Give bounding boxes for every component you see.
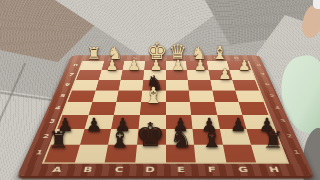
square-a6[interactable] bbox=[72, 80, 98, 91]
file-label-near-b: B bbox=[82, 165, 93, 174]
rank-label-left-4: 4 bbox=[54, 106, 61, 110]
piece-white-bishop-g8[interactable]: ♝ bbox=[212, 44, 228, 62]
file-label-near-g: G bbox=[237, 165, 249, 174]
rank-label-left-6: 6 bbox=[64, 83, 71, 87]
rank-label-right-6: 6 bbox=[264, 83, 270, 86]
piece-black-knight-e1[interactable]: ♞ bbox=[170, 126, 193, 151]
piece-white-pawn-e7[interactable]: ♟ bbox=[172, 58, 185, 72]
file-label-near-h: H bbox=[268, 165, 281, 174]
rank-label-left-8: 8 bbox=[73, 64, 79, 67]
square-c5[interactable] bbox=[117, 90, 143, 102]
square-a5[interactable] bbox=[68, 90, 96, 102]
file-label-near-c: C bbox=[114, 165, 124, 174]
person-sleeve bbox=[313, 0, 320, 9]
square-b6[interactable] bbox=[95, 80, 120, 91]
rank-label-left-7: 7 bbox=[69, 73, 75, 76]
file-label-near-f: F bbox=[207, 165, 216, 174]
rank-label-left-3: 3 bbox=[48, 119, 56, 124]
square-c6[interactable] bbox=[119, 80, 143, 91]
piece-black-bishop-c1[interactable]: ♝ bbox=[108, 125, 131, 151]
piece-white-bishop-d4[interactable]: ♝ bbox=[144, 84, 164, 106]
square-e5[interactable] bbox=[166, 90, 190, 102]
rank-label-right-5: 5 bbox=[269, 94, 275, 98]
piece-white-pawn-g6[interactable]: ♟ bbox=[218, 67, 231, 82]
piece-white-pawn-h7[interactable]: ♟ bbox=[238, 58, 251, 72]
rank-label-left-5: 5 bbox=[59, 94, 66, 98]
piece-black-pawn-b2[interactable]: ♟ bbox=[86, 116, 102, 134]
rank-label-right-8: 8 bbox=[256, 64, 261, 67]
piece-black-pawn-g2[interactable]: ♟ bbox=[230, 116, 246, 134]
square-a7[interactable] bbox=[76, 70, 101, 80]
square-e6[interactable] bbox=[166, 80, 189, 91]
board-grid bbox=[42, 61, 289, 164]
file-label-near-a: A bbox=[51, 165, 63, 174]
piece-white-pawn-c7[interactable]: ♟ bbox=[128, 58, 141, 72]
rank-label-right-2: 2 bbox=[286, 133, 294, 138]
square-f5[interactable] bbox=[189, 90, 215, 102]
rank-label-left-1: 1 bbox=[35, 150, 44, 156]
square-h5[interactable] bbox=[236, 90, 264, 102]
photo-scene: AABBCCDDEEFFGGHH1122334455667788 ♜♞♚♛♞♝♟… bbox=[0, 0, 320, 180]
rank-label-right-3: 3 bbox=[280, 119, 287, 123]
piece-white-pawn-f7[interactable]: ♟ bbox=[194, 58, 207, 72]
rank-label-right-4: 4 bbox=[274, 106, 281, 110]
piece-black-rook-h1[interactable]: ♜ bbox=[263, 128, 284, 151]
piece-white-pawn-b7[interactable]: ♟ bbox=[106, 58, 119, 72]
piece-black-rook-a1[interactable]: ♜ bbox=[48, 128, 69, 151]
piece-black-king-d1[interactable]: ♚ bbox=[136, 118, 166, 151]
piece-black-bishop-f1[interactable]: ♝ bbox=[200, 125, 223, 151]
square-g5[interactable] bbox=[212, 90, 239, 102]
file-label-near-e: E bbox=[177, 165, 185, 174]
square-f6[interactable] bbox=[188, 80, 212, 91]
file-label-near-d: D bbox=[145, 165, 155, 174]
square-b5[interactable] bbox=[92, 90, 119, 102]
rank-label-right-7: 7 bbox=[260, 73, 266, 76]
piece-white-pawn-d7[interactable]: ♟ bbox=[150, 58, 163, 72]
square-h6[interactable] bbox=[233, 80, 259, 91]
square-b1[interactable] bbox=[75, 145, 109, 163]
rank-label-right-1: 1 bbox=[293, 150, 301, 156]
piece-white-rook-a8[interactable]: ♜ bbox=[87, 46, 102, 62]
